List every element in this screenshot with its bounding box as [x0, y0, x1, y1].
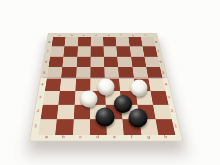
square-b7	[64, 47, 78, 57]
checker-black	[129, 109, 148, 128]
square-b8	[65, 37, 78, 46]
checker-black	[96, 108, 115, 127]
square-h2	[153, 104, 172, 119]
square-f7	[116, 47, 130, 57]
coordinate-label: d	[89, 134, 106, 140]
square-d7	[90, 47, 103, 57]
coordinate-label: f	[123, 134, 141, 140]
square-c6	[76, 56, 90, 67]
square-c8	[78, 37, 91, 46]
square-h4	[148, 79, 165, 91]
square-c4	[75, 79, 90, 91]
square-c7	[77, 47, 91, 57]
square-h3	[150, 91, 168, 104]
square-e6	[104, 56, 118, 67]
square-a2	[41, 104, 59, 119]
square-a6	[49, 56, 64, 67]
coordinate-label: g	[140, 134, 158, 140]
square-a3	[43, 91, 60, 104]
square-a7	[50, 47, 64, 57]
square-b2	[57, 104, 74, 119]
square-h7	[142, 47, 157, 57]
square-e7	[104, 47, 118, 57]
square-e8	[103, 37, 116, 46]
square-d8	[91, 37, 104, 46]
square-b1	[55, 119, 73, 135]
coordinate-label: e	[106, 134, 123, 140]
square-b3	[59, 91, 75, 104]
square-f8	[116, 37, 130, 46]
square-a4	[45, 79, 61, 91]
file-labels-bottom: abcdefgh	[38, 134, 175, 140]
checker-white	[98, 79, 115, 96]
square-c1	[73, 119, 90, 135]
coordinate-label: c	[72, 134, 89, 140]
coordinate-label: a	[38, 134, 56, 140]
square-h1	[155, 119, 175, 135]
coordinate-label: b	[55, 134, 72, 140]
checker-white	[81, 91, 98, 108]
square-b4	[60, 79, 76, 91]
board-photo-scene: abcdefgh abcdefgh 87654321 87654321	[0, 0, 220, 165]
checker-black	[114, 95, 132, 113]
coordinate-label: h	[157, 134, 175, 140]
square-a1	[38, 119, 57, 135]
square-f6	[117, 56, 132, 67]
square-b6	[62, 56, 77, 67]
square-a8	[52, 37, 66, 46]
square-h6	[144, 56, 160, 67]
checker-white	[131, 80, 148, 97]
square-h8	[141, 37, 156, 46]
square-d6	[90, 56, 104, 67]
